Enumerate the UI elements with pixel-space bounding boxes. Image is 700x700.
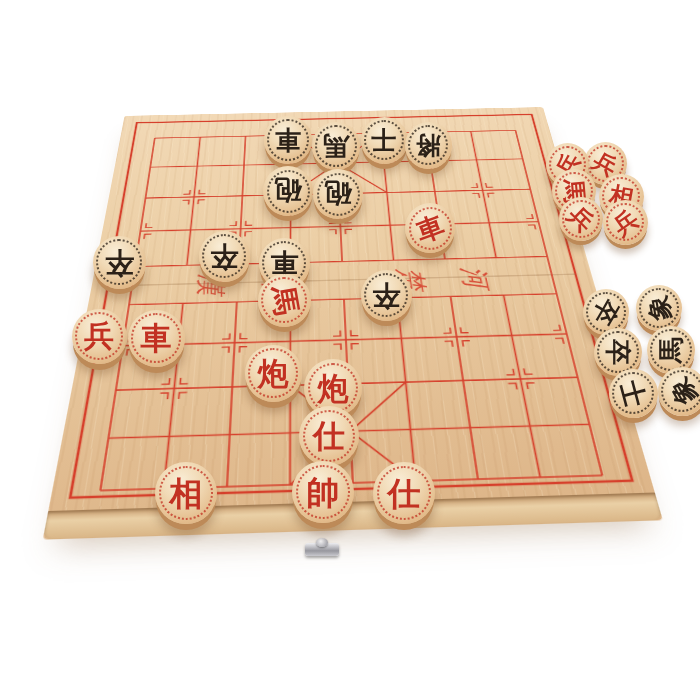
piece-車-red[interactable]: 車 (128, 310, 185, 367)
piece-士-black[interactable]: 士 (609, 369, 658, 418)
piece-仕-red[interactable]: 仕 (373, 462, 435, 524)
piece-char: 士 (361, 117, 408, 164)
piece-char: 砲 (263, 166, 313, 216)
piece-車-black[interactable]: 車 (264, 116, 312, 164)
piece-馬-black[interactable]: 馬 (312, 122, 360, 170)
piece-char: 炮 (245, 345, 302, 402)
piece-相-red[interactable]: 相 (155, 462, 217, 524)
piece-兵-red[interactable]: 兵 (72, 309, 127, 364)
piece-char: 卒 (361, 270, 412, 321)
piece-char: 仕 (373, 462, 435, 524)
piece-卒-black[interactable]: 卒 (199, 231, 250, 282)
piece-char: 仕 (299, 406, 359, 466)
piece-仕-red[interactable]: 仕 (299, 406, 359, 466)
river-text-char: 河 (455, 266, 495, 293)
piece-炮-red[interactable]: 炮 (245, 345, 302, 402)
piece-砲-black[interactable]: 砲 (313, 169, 363, 219)
piece-char: 砲 (313, 169, 363, 219)
piece-char: 卒 (199, 231, 250, 282)
piece-象-black[interactable]: 象 (658, 367, 700, 416)
piece-char: 車 (264, 116, 312, 164)
piece-將-black[interactable]: 將 (405, 122, 452, 169)
piece-象-black[interactable]: 象 (636, 285, 682, 331)
piece-卒-black[interactable]: 卒 (361, 270, 412, 321)
hinge-knob (316, 538, 328, 547)
piece-char: 將 (405, 122, 452, 169)
hinge (305, 543, 339, 556)
piece-車-red[interactable]: 車 (405, 203, 455, 253)
piece-char: 兵 (72, 309, 127, 364)
piece-char: 馬 (253, 269, 314, 330)
piece-char: 車 (128, 310, 185, 367)
product-photo: 漢界楚河 車士將馬兵兵砲馬砲相兵兵車卒卒車卒馬象卒兵車馬卒炮炮象士仕帥相仕 (0, 0, 700, 700)
piece-char: 相 (155, 462, 217, 524)
piece-卒-black[interactable]: 卒 (93, 236, 146, 289)
piece-士-black[interactable]: 士 (361, 117, 408, 164)
piece-砲-black[interactable]: 砲 (263, 166, 313, 216)
piece-char: 卒 (93, 236, 146, 289)
piece-馬-red[interactable]: 馬 (258, 274, 311, 327)
piece-char: 帥 (292, 461, 354, 523)
piece-char: 馬 (312, 122, 360, 170)
piece-兵-red[interactable]: 兵 (603, 200, 648, 245)
piece-帥-red[interactable]: 帥 (292, 461, 354, 523)
